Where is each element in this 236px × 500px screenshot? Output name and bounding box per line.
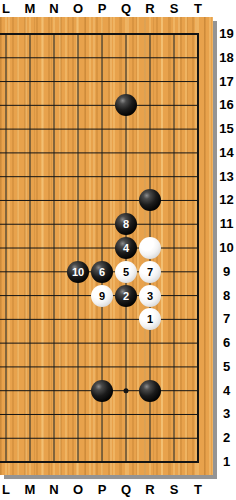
- stone-O9[interactable]: 10: [67, 261, 89, 283]
- row-label-7: 7: [217, 310, 236, 328]
- row-label-1: 1: [217, 453, 236, 471]
- column-label-bottom-S: S: [162, 479, 186, 500]
- move-number: 3: [147, 285, 153, 307]
- column-label-top-S: S: [162, 0, 186, 17]
- move-number: 4: [123, 237, 129, 259]
- stone-Q9[interactable]: 5: [115, 261, 137, 283]
- stone-Q10[interactable]: 4: [115, 237, 137, 259]
- column-label-bottom-O: O: [66, 479, 90, 500]
- column-label-top-N: N: [42, 0, 66, 17]
- stone-R10[interactable]: [139, 237, 161, 259]
- row-label-10: 10: [217, 239, 236, 257]
- column-label-bottom-N: N: [42, 479, 66, 500]
- column-label-bottom-L: L: [0, 479, 18, 500]
- go-board[interactable]: 12345678910: [0, 17, 213, 475]
- row-label-16: 16: [217, 96, 236, 114]
- stone-P8[interactable]: 9: [91, 285, 113, 307]
- move-number: 8: [123, 213, 129, 235]
- row-label-18: 18: [217, 49, 236, 67]
- stone-R9[interactable]: 7: [139, 261, 161, 283]
- stone-R8[interactable]: 3: [139, 285, 161, 307]
- stone-P4[interactable]: [91, 380, 113, 402]
- grid-lines: [0, 17, 213, 475]
- row-label-9: 9: [217, 263, 236, 281]
- column-label-top-L: L: [0, 0, 18, 17]
- row-label-4: 4: [217, 382, 236, 400]
- column-label-top-M: M: [18, 0, 42, 17]
- stone-P9[interactable]: 6: [91, 261, 113, 283]
- row-label-14: 14: [217, 144, 236, 162]
- row-label-17: 17: [217, 73, 236, 91]
- row-label-19: 19: [217, 25, 236, 43]
- move-number: 10: [72, 261, 84, 283]
- row-label-13: 13: [217, 168, 236, 186]
- column-label-top-P: P: [90, 0, 114, 17]
- row-label-3: 3: [217, 405, 236, 423]
- column-label-top-Q: Q: [114, 0, 138, 17]
- move-number: 2: [123, 285, 129, 307]
- move-number: 1: [147, 308, 153, 330]
- row-label-2: 2: [217, 429, 236, 447]
- row-label-6: 6: [217, 334, 236, 352]
- star-point-Q4: [124, 388, 129, 393]
- stone-Q8[interactable]: 2: [115, 285, 137, 307]
- column-label-bottom-M: M: [18, 479, 42, 500]
- column-label-top-T: T: [186, 0, 210, 17]
- stone-R4[interactable]: [139, 380, 161, 402]
- column-label-top-O: O: [66, 0, 90, 17]
- row-label-5: 5: [217, 358, 236, 376]
- move-number: 5: [123, 261, 129, 283]
- column-label-top-R: R: [138, 0, 162, 17]
- move-number: 6: [99, 261, 105, 283]
- row-label-12: 12: [217, 191, 236, 209]
- column-label-bottom-R: R: [138, 479, 162, 500]
- go-diagram: 12345678910 LLMMNNOOPPQQRRSSTT1918171615…: [0, 0, 236, 500]
- row-label-8: 8: [217, 287, 236, 305]
- row-label-15: 15: [217, 120, 236, 138]
- row-label-11: 11: [217, 215, 236, 233]
- column-label-bottom-Q: Q: [114, 479, 138, 500]
- move-number: 7: [147, 261, 153, 283]
- move-number: 9: [99, 285, 105, 307]
- column-label-bottom-T: T: [186, 479, 210, 500]
- column-label-bottom-P: P: [90, 479, 114, 500]
